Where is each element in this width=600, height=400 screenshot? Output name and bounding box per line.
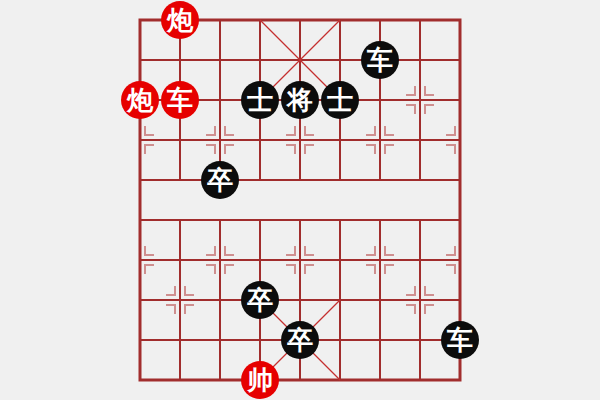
board-point-f5r8[interactable] (320, 320, 360, 360)
board-point-f6r0[interactable] (360, 0, 400, 40)
piece-black-chariot[interactable]: 车 (441, 321, 479, 359)
board-point-f0r6[interactable] (120, 240, 160, 280)
board-point-f8r3[interactable] (440, 120, 480, 160)
board-point-f6r9[interactable] (360, 360, 400, 400)
board-point-f1r6[interactable] (160, 240, 200, 280)
board-point-f0r0[interactable] (120, 0, 160, 40)
board-point-f2r9[interactable] (200, 360, 240, 400)
piece-black-chariot[interactable]: 车 (361, 41, 399, 79)
board-point-f1r9[interactable] (160, 360, 200, 400)
board-point-f6r8[interactable] (360, 320, 400, 360)
board-point-f0r9[interactable] (120, 360, 160, 400)
board-point-f8r6[interactable] (440, 240, 480, 280)
board-point-f6r1[interactable]: 车 (360, 40, 400, 80)
board-point-f8r5[interactable] (440, 200, 480, 240)
board-point-f3r2[interactable]: 士 (240, 80, 280, 120)
board-point-f3r8[interactable] (240, 320, 280, 360)
xiangqi-app-screen: 炮车炮车士将士卒卒卒车帅 (0, 0, 600, 400)
board-point-f7r8[interactable] (400, 320, 440, 360)
board-point-f3r5[interactable] (240, 200, 280, 240)
board-point-f2r6[interactable] (200, 240, 240, 280)
board-point-f5r5[interactable] (320, 200, 360, 240)
board-point-f2r7[interactable] (200, 280, 240, 320)
board-point-f2r3[interactable] (200, 120, 240, 160)
board-point-f4r2[interactable]: 将 (280, 80, 320, 120)
board-point-f1r7[interactable] (160, 280, 200, 320)
board-point-f3r1[interactable] (240, 40, 280, 80)
piece-red-cannon[interactable]: 炮 (121, 81, 159, 119)
board-point-f3r3[interactable] (240, 120, 280, 160)
board-point-f8r2[interactable] (440, 80, 480, 120)
board-point-f3r9[interactable]: 帅 (240, 360, 280, 400)
board-point-f7r4[interactable] (400, 160, 440, 200)
board-point-f4r7[interactable] (280, 280, 320, 320)
board-point-f4r6[interactable] (280, 240, 320, 280)
board-point-f2r8[interactable] (200, 320, 240, 360)
board-point-f0r5[interactable] (120, 200, 160, 240)
board-point-f3r7[interactable]: 卒 (240, 280, 280, 320)
piece-black-soldier[interactable]: 卒 (241, 281, 279, 319)
board-point-f5r9[interactable] (320, 360, 360, 400)
board-point-f1r2[interactable]: 车 (160, 80, 200, 120)
xiangqi-board: 炮车炮车士将士卒卒卒车帅 (120, 0, 480, 400)
board-point-f1r1[interactable] (160, 40, 200, 80)
board-point-f4r4[interactable] (280, 160, 320, 200)
board-point-f8r8[interactable]: 车 (440, 320, 480, 360)
board-point-f2r5[interactable] (200, 200, 240, 240)
board-point-f7r1[interactable] (400, 40, 440, 80)
board-point-f1r3[interactable] (160, 120, 200, 160)
board-point-f5r7[interactable] (320, 280, 360, 320)
board-point-f6r4[interactable] (360, 160, 400, 200)
piece-black-soldier[interactable]: 卒 (281, 321, 319, 359)
board-point-f0r3[interactable] (120, 120, 160, 160)
board-point-f3r0[interactable] (240, 0, 280, 40)
board-point-f8r0[interactable] (440, 0, 480, 40)
board-point-f4r0[interactable] (280, 0, 320, 40)
board-point-f7r0[interactable] (400, 0, 440, 40)
board-point-f5r0[interactable] (320, 0, 360, 40)
piece-black-advisor[interactable]: 士 (241, 81, 279, 119)
board-point-f7r9[interactable] (400, 360, 440, 400)
board-point-f4r3[interactable] (280, 120, 320, 160)
board-point-f8r9[interactable] (440, 360, 480, 400)
board-point-f3r6[interactable] (240, 240, 280, 280)
board-point-f0r2[interactable]: 炮 (120, 80, 160, 120)
board-point-f7r2[interactable] (400, 80, 440, 120)
board-point-f4r8[interactable]: 卒 (280, 320, 320, 360)
board-point-f6r3[interactable] (360, 120, 400, 160)
piece-red-cannon[interactable]: 炮 (161, 1, 199, 39)
board-point-f6r2[interactable] (360, 80, 400, 120)
board-point-f2r2[interactable] (200, 80, 240, 120)
board-point-f4r9[interactable] (280, 360, 320, 400)
board-point-f0r7[interactable] (120, 280, 160, 320)
board-point-f5r4[interactable] (320, 160, 360, 200)
piece-black-soldier[interactable]: 卒 (201, 161, 239, 199)
board-point-f6r7[interactable] (360, 280, 400, 320)
board-point-f6r6[interactable] (360, 240, 400, 280)
board-point-f2r0[interactable] (200, 0, 240, 40)
piece-black-general[interactable]: 将 (281, 81, 319, 119)
board-point-f6r5[interactable] (360, 200, 400, 240)
board-point-f0r4[interactable] (120, 160, 160, 200)
board-point-f5r6[interactable] (320, 240, 360, 280)
board-point-f2r1[interactable] (200, 40, 240, 80)
board-point-f1r4[interactable] (160, 160, 200, 200)
board-grid: 炮车炮车士将士卒卒卒车帅 (120, 0, 480, 400)
board-point-f7r5[interactable] (400, 200, 440, 240)
board-point-f0r8[interactable] (120, 320, 160, 360)
board-point-f8r4[interactable] (440, 160, 480, 200)
piece-red-general[interactable]: 帅 (241, 361, 279, 399)
piece-black-advisor[interactable]: 士 (321, 81, 359, 119)
board-point-f3r4[interactable] (240, 160, 280, 200)
board-point-f1r5[interactable] (160, 200, 200, 240)
board-point-f8r7[interactable] (440, 280, 480, 320)
board-point-f4r1[interactable] (280, 40, 320, 80)
board-point-f7r7[interactable] (400, 280, 440, 320)
board-point-f1r8[interactable] (160, 320, 200, 360)
board-point-f0r1[interactable] (120, 40, 160, 80)
board-point-f5r1[interactable] (320, 40, 360, 80)
piece-red-chariot[interactable]: 车 (161, 81, 199, 119)
board-point-f8r1[interactable] (440, 40, 480, 80)
board-point-f2r4[interactable]: 卒 (200, 160, 240, 200)
board-point-f7r3[interactable] (400, 120, 440, 160)
board-point-f4r5[interactable] (280, 200, 320, 240)
board-point-f1r0[interactable]: 炮 (160, 0, 200, 40)
board-point-f5r2[interactable]: 士 (320, 80, 360, 120)
board-point-f5r3[interactable] (320, 120, 360, 160)
board-point-f7r6[interactable] (400, 240, 440, 280)
